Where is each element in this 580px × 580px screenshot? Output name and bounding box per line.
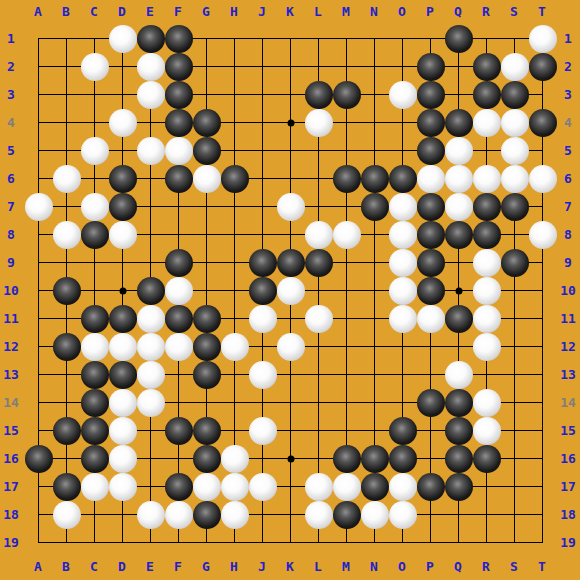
stone-black-R3 [473, 81, 501, 109]
stone-black-C16 [81, 445, 109, 473]
stone-black-L3 [305, 81, 333, 109]
stone-white-H18 [221, 501, 249, 529]
label-row-left-6: 6 [7, 172, 15, 185]
stone-black-Q14 [445, 389, 473, 417]
stone-black-P5 [417, 137, 445, 165]
label-col-top-N: N [370, 5, 378, 18]
stone-white-R15 [473, 417, 501, 445]
stone-black-F9 [165, 249, 193, 277]
stone-white-T1 [529, 25, 557, 53]
label-col-bottom-A: A [34, 560, 42, 573]
stone-black-F15 [165, 417, 193, 445]
stone-black-G4 [193, 109, 221, 137]
label-row-left-8: 8 [7, 228, 15, 241]
label-col-top-K: K [286, 5, 294, 18]
label-col-top-O: O [398, 5, 406, 18]
label-col-bottom-O: O [398, 560, 406, 573]
label-col-bottom-Q: Q [454, 560, 462, 573]
stone-white-R4 [473, 109, 501, 137]
label-col-top-J: J [258, 5, 266, 18]
stone-white-J15 [249, 417, 277, 445]
label-row-left-14: 14 [3, 396, 19, 409]
stone-black-G12 [193, 333, 221, 361]
stone-black-L9 [305, 249, 333, 277]
stone-white-L4 [305, 109, 333, 137]
stone-white-L17 [305, 473, 333, 501]
stone-white-F12 [165, 333, 193, 361]
label-col-top-L: L [314, 5, 322, 18]
stone-black-C8 [81, 221, 109, 249]
label-row-left-10: 10 [3, 284, 19, 297]
stone-black-E1 [137, 25, 165, 53]
stone-black-F17 [165, 473, 193, 501]
stone-black-P17 [417, 473, 445, 501]
stone-black-D11 [109, 305, 137, 333]
label-row-right-12: 12 [560, 340, 576, 353]
stone-white-O11 [389, 305, 417, 333]
label-row-right-19: 19 [560, 536, 576, 549]
stone-black-O15 [389, 417, 417, 445]
label-col-bottom-R: R [482, 560, 490, 573]
star-point-K4 [287, 119, 294, 126]
stone-white-B18 [53, 501, 81, 529]
stone-white-J13 [249, 361, 277, 389]
stone-white-D12 [109, 333, 137, 361]
label-row-left-2: 2 [7, 60, 15, 73]
label-row-left-12: 12 [3, 340, 19, 353]
label-row-left-19: 19 [3, 536, 19, 549]
stone-white-B6 [53, 165, 81, 193]
stone-black-C11 [81, 305, 109, 333]
stone-black-Q11 [445, 305, 473, 333]
stone-white-P11 [417, 305, 445, 333]
label-row-left-1: 1 [7, 32, 15, 45]
label-col-top-S: S [510, 5, 518, 18]
label-col-bottom-C: C [90, 560, 98, 573]
go-board[interactable]: AA11BB22CC33DD44EE55FF66GG77HH88JJ99KK10… [0, 0, 580, 580]
stone-black-Q1 [445, 25, 473, 53]
label-row-right-5: 5 [564, 144, 572, 157]
stone-white-D16 [109, 445, 137, 473]
stone-black-F2 [165, 53, 193, 81]
stone-white-B8 [53, 221, 81, 249]
stone-white-F5 [165, 137, 193, 165]
stone-white-Q6 [445, 165, 473, 193]
label-row-left-17: 17 [3, 480, 19, 493]
stone-black-N7 [361, 193, 389, 221]
stone-black-D13 [109, 361, 137, 389]
stone-white-A7 [25, 193, 53, 221]
stone-black-B10 [53, 277, 81, 305]
label-row-right-1: 1 [564, 32, 572, 45]
stone-white-E13 [137, 361, 165, 389]
stone-white-R12 [473, 333, 501, 361]
stone-black-C15 [81, 417, 109, 445]
label-row-right-17: 17 [560, 480, 576, 493]
label-col-bottom-K: K [286, 560, 294, 573]
stone-white-Q7 [445, 193, 473, 221]
stone-black-J9 [249, 249, 277, 277]
stone-black-G16 [193, 445, 221, 473]
label-col-top-B: B [62, 5, 70, 18]
stone-black-F3 [165, 81, 193, 109]
label-col-bottom-M: M [342, 560, 350, 573]
stone-black-G11 [193, 305, 221, 333]
stone-white-D14 [109, 389, 137, 417]
stone-white-C7 [81, 193, 109, 221]
stone-black-D6 [109, 165, 137, 193]
label-col-bottom-G: G [202, 560, 210, 573]
stone-white-E18 [137, 501, 165, 529]
stone-white-L18 [305, 501, 333, 529]
stone-black-O6 [389, 165, 417, 193]
label-row-left-11: 11 [3, 312, 19, 325]
stone-white-L11 [305, 305, 333, 333]
stone-white-D15 [109, 417, 137, 445]
label-col-bottom-H: H [230, 560, 238, 573]
label-row-left-9: 9 [7, 256, 15, 269]
stone-black-O16 [389, 445, 417, 473]
stone-white-J17 [249, 473, 277, 501]
stone-white-F18 [165, 501, 193, 529]
stone-white-R6 [473, 165, 501, 193]
label-col-top-T: T [538, 5, 546, 18]
stone-white-D1 [109, 25, 137, 53]
stone-black-A16 [25, 445, 53, 473]
stone-white-C17 [81, 473, 109, 501]
stone-white-O8 [389, 221, 417, 249]
grid-line-horizontal-18 [38, 514, 543, 515]
label-col-bottom-N: N [370, 560, 378, 573]
stone-white-S4 [501, 109, 529, 137]
label-row-left-15: 15 [3, 424, 19, 437]
stone-white-K10 [277, 277, 305, 305]
stone-black-D7 [109, 193, 137, 221]
stone-white-S6 [501, 165, 529, 193]
stone-black-R8 [473, 221, 501, 249]
stone-white-N18 [361, 501, 389, 529]
stone-black-S9 [501, 249, 529, 277]
label-col-top-D: D [118, 5, 126, 18]
stone-black-Q4 [445, 109, 473, 137]
stone-white-R14 [473, 389, 501, 417]
label-row-left-13: 13 [3, 368, 19, 381]
label-row-left-18: 18 [3, 508, 19, 521]
stone-white-S2 [501, 53, 529, 81]
stone-black-P14 [417, 389, 445, 417]
stone-black-T2 [529, 53, 557, 81]
stone-black-F11 [165, 305, 193, 333]
stone-black-M18 [333, 501, 361, 529]
label-row-right-18: 18 [560, 508, 576, 521]
stone-black-E10 [137, 277, 165, 305]
label-row-left-5: 5 [7, 144, 15, 157]
stone-black-F6 [165, 165, 193, 193]
stone-white-K12 [277, 333, 305, 361]
stone-black-Q16 [445, 445, 473, 473]
stone-white-C5 [81, 137, 109, 165]
stone-white-D8 [109, 221, 137, 249]
label-row-left-7: 7 [7, 200, 15, 213]
stone-white-H16 [221, 445, 249, 473]
stone-white-G17 [193, 473, 221, 501]
label-col-top-G: G [202, 5, 210, 18]
stone-white-O17 [389, 473, 417, 501]
stone-white-T6 [529, 165, 557, 193]
stone-black-Q8 [445, 221, 473, 249]
stone-white-E11 [137, 305, 165, 333]
stone-white-D4 [109, 109, 137, 137]
stone-white-O9 [389, 249, 417, 277]
label-row-right-2: 2 [564, 60, 572, 73]
stone-black-P3 [417, 81, 445, 109]
stone-black-R7 [473, 193, 501, 221]
stone-black-G18 [193, 501, 221, 529]
stone-white-C2 [81, 53, 109, 81]
label-col-top-F: F [174, 5, 182, 18]
label-row-left-4: 4 [7, 116, 15, 129]
stone-black-T4 [529, 109, 557, 137]
stone-black-R16 [473, 445, 501, 473]
stone-white-D17 [109, 473, 137, 501]
stone-white-E3 [137, 81, 165, 109]
stone-black-K9 [277, 249, 305, 277]
star-point-Q10 [455, 287, 462, 294]
label-col-bottom-P: P [426, 560, 434, 573]
label-col-top-Q: Q [454, 5, 462, 18]
label-row-right-10: 10 [560, 284, 576, 297]
stone-black-R2 [473, 53, 501, 81]
stone-black-Q15 [445, 417, 473, 445]
stone-white-K7 [277, 193, 305, 221]
stone-black-B12 [53, 333, 81, 361]
stone-white-T8 [529, 221, 557, 249]
stone-black-G13 [193, 361, 221, 389]
stone-black-F4 [165, 109, 193, 137]
stone-black-P9 [417, 249, 445, 277]
stone-white-H12 [221, 333, 249, 361]
stone-white-R9 [473, 249, 501, 277]
stone-white-Q5 [445, 137, 473, 165]
stone-black-N17 [361, 473, 389, 501]
stone-black-M16 [333, 445, 361, 473]
stone-white-J11 [249, 305, 277, 333]
stone-black-G15 [193, 417, 221, 445]
label-row-right-9: 9 [564, 256, 572, 269]
label-row-right-16: 16 [560, 452, 576, 465]
label-col-top-M: M [342, 5, 350, 18]
label-row-right-13: 13 [560, 368, 576, 381]
stone-white-O3 [389, 81, 417, 109]
stone-black-S3 [501, 81, 529, 109]
stone-white-F10 [165, 277, 193, 305]
label-col-top-A: A [34, 5, 42, 18]
stone-white-H17 [221, 473, 249, 501]
label-col-top-H: H [230, 5, 238, 18]
label-row-right-7: 7 [564, 200, 572, 213]
stone-black-M3 [333, 81, 361, 109]
label-col-bottom-L: L [314, 560, 322, 573]
stone-white-R10 [473, 277, 501, 305]
stone-white-O10 [389, 277, 417, 305]
stone-white-Q13 [445, 361, 473, 389]
stone-black-F1 [165, 25, 193, 53]
stone-white-E2 [137, 53, 165, 81]
label-col-bottom-F: F [174, 560, 182, 573]
stone-black-N16 [361, 445, 389, 473]
stone-white-M17 [333, 473, 361, 501]
stone-black-G5 [193, 137, 221, 165]
stone-black-P10 [417, 277, 445, 305]
label-row-right-11: 11 [560, 312, 576, 325]
stone-black-H6 [221, 165, 249, 193]
stone-white-E12 [137, 333, 165, 361]
label-col-bottom-J: J [258, 560, 266, 573]
stone-black-S7 [501, 193, 529, 221]
stone-white-C12 [81, 333, 109, 361]
label-col-top-R: R [482, 5, 490, 18]
label-col-top-P: P [426, 5, 434, 18]
grid-line-horizontal-19 [38, 542, 543, 543]
stone-white-S5 [501, 137, 529, 165]
stone-black-C13 [81, 361, 109, 389]
stone-white-G6 [193, 165, 221, 193]
stone-black-P7 [417, 193, 445, 221]
stone-black-N6 [361, 165, 389, 193]
stone-black-B15 [53, 417, 81, 445]
label-row-left-3: 3 [7, 88, 15, 101]
stone-white-E5 [137, 137, 165, 165]
label-col-bottom-E: E [146, 560, 154, 573]
stone-white-M8 [333, 221, 361, 249]
label-row-right-3: 3 [564, 88, 572, 101]
stone-black-M6 [333, 165, 361, 193]
stone-white-R11 [473, 305, 501, 333]
label-col-bottom-T: T [538, 560, 546, 573]
stone-black-J10 [249, 277, 277, 305]
stone-black-P8 [417, 221, 445, 249]
stone-black-B17 [53, 473, 81, 501]
label-col-bottom-S: S [510, 560, 518, 573]
star-point-D10 [119, 287, 126, 294]
label-col-bottom-D: D [118, 560, 126, 573]
stone-black-C14 [81, 389, 109, 417]
label-col-top-E: E [146, 5, 154, 18]
label-row-right-6: 6 [564, 172, 572, 185]
label-row-left-16: 16 [3, 452, 19, 465]
stone-black-P4 [417, 109, 445, 137]
stone-white-O18 [389, 501, 417, 529]
star-point-K16 [287, 455, 294, 462]
label-row-right-15: 15 [560, 424, 576, 437]
stone-white-E14 [137, 389, 165, 417]
stone-black-Q17 [445, 473, 473, 501]
label-col-top-C: C [90, 5, 98, 18]
label-col-bottom-B: B [62, 560, 70, 573]
stone-black-P2 [417, 53, 445, 81]
label-row-right-4: 4 [564, 116, 572, 129]
stone-white-L8 [305, 221, 333, 249]
label-row-right-8: 8 [564, 228, 572, 241]
stone-white-P6 [417, 165, 445, 193]
stone-white-O7 [389, 193, 417, 221]
label-row-right-14: 14 [560, 396, 576, 409]
